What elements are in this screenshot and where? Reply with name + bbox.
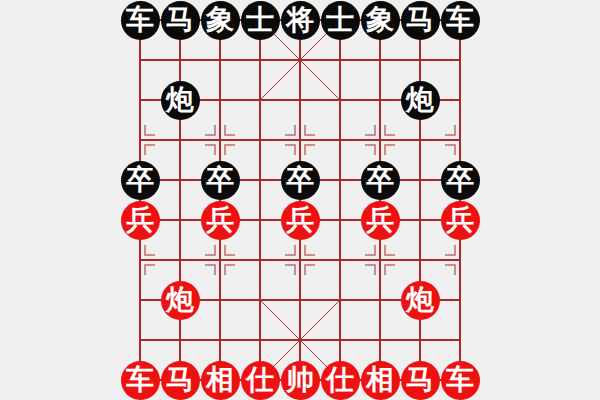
board-point — [280, 240, 320, 280]
board-point — [280, 80, 320, 120]
board-point — [160, 160, 200, 200]
board-point — [360, 240, 400, 280]
piece-red-elephant[interactable]: 相 — [201, 361, 240, 400]
board-point — [320, 320, 360, 360]
board-point: 卒 — [120, 160, 160, 200]
board-point: 马 — [160, 360, 200, 400]
board-point — [440, 120, 480, 160]
board-point — [400, 120, 440, 160]
piece-black-soldier[interactable]: 卒 — [201, 161, 240, 200]
piece-black-elephant[interactable]: 象 — [201, 1, 240, 40]
board-point: 兵 — [360, 200, 400, 240]
board-point: 车 — [440, 360, 480, 400]
board-point — [400, 40, 440, 80]
board-point: 仕 — [320, 360, 360, 400]
board-point — [200, 80, 240, 120]
board-point — [120, 240, 160, 280]
piece-black-soldier[interactable]: 卒 — [361, 161, 400, 200]
piece-red-general[interactable]: 帅 — [281, 361, 320, 400]
piece-black-soldier[interactable]: 卒 — [121, 161, 160, 200]
board-point: 车 — [440, 0, 480, 40]
board-point — [320, 40, 360, 80]
piece-red-soldier[interactable]: 兵 — [121, 201, 160, 240]
board-point: 炮 — [400, 280, 440, 320]
board-point — [440, 320, 480, 360]
piece-red-soldier[interactable]: 兵 — [361, 201, 400, 240]
board-point — [200, 280, 240, 320]
board-point — [160, 120, 200, 160]
board-point — [320, 240, 360, 280]
board-point: 卒 — [440, 160, 480, 200]
piece-black-elephant[interactable]: 象 — [361, 1, 400, 40]
board-point: 马 — [160, 0, 200, 40]
piece-red-soldier[interactable]: 兵 — [281, 201, 320, 240]
board-point — [240, 40, 280, 80]
board-point — [400, 160, 440, 200]
board-point: 相 — [200, 360, 240, 400]
board-point: 炮 — [400, 80, 440, 120]
board-point: 车 — [120, 0, 160, 40]
piece-black-cannon[interactable]: 炮 — [161, 81, 200, 120]
board-point: 象 — [200, 0, 240, 40]
piece-black-cannon[interactable]: 炮 — [401, 81, 440, 120]
board-point: 将 — [280, 0, 320, 40]
board-point — [400, 240, 440, 280]
board-point: 士 — [240, 0, 280, 40]
board-point — [320, 160, 360, 200]
board-point: 相 — [360, 360, 400, 400]
piece-red-cannon[interactable]: 炮 — [401, 281, 440, 320]
board-point — [200, 320, 240, 360]
xiangqi-board: 车马象士将士象马车炮炮卒卒卒卒卒兵兵兵兵兵炮炮车马相仕帅仕相马车 — [120, 0, 480, 400]
board-point — [280, 40, 320, 80]
piece-red-cannon[interactable]: 炮 — [161, 281, 200, 320]
board-point — [240, 80, 280, 120]
board-point — [280, 280, 320, 320]
board-point — [160, 240, 200, 280]
board-point — [240, 280, 280, 320]
piece-red-horse[interactable]: 马 — [401, 361, 440, 400]
board-point — [440, 240, 480, 280]
board-point — [240, 160, 280, 200]
board-point — [200, 120, 240, 160]
board-point — [200, 40, 240, 80]
piece-black-horse[interactable]: 马 — [161, 1, 200, 40]
board-point — [360, 120, 400, 160]
board-point: 帅 — [280, 360, 320, 400]
board-point: 卒 — [280, 160, 320, 200]
piece-black-horse[interactable]: 马 — [401, 1, 440, 40]
board-point: 马 — [400, 0, 440, 40]
board-point — [360, 80, 400, 120]
board-point — [440, 80, 480, 120]
board-point: 炮 — [160, 80, 200, 120]
board-point: 卒 — [200, 160, 240, 200]
board-point — [200, 240, 240, 280]
piece-black-general[interactable]: 将 — [281, 1, 320, 40]
board-point — [160, 40, 200, 80]
board-point: 车 — [120, 360, 160, 400]
board-point — [160, 200, 200, 240]
board-point — [120, 80, 160, 120]
board-point — [320, 280, 360, 320]
board-point — [400, 200, 440, 240]
board-point: 卒 — [360, 160, 400, 200]
board-point — [440, 40, 480, 80]
board-point: 兵 — [200, 200, 240, 240]
board-point — [240, 120, 280, 160]
board-point: 仕 — [240, 360, 280, 400]
piece-red-soldier[interactable]: 兵 — [441, 201, 480, 240]
board-point — [440, 280, 480, 320]
piece-black-soldier[interactable]: 卒 — [281, 161, 320, 200]
piece-red-elephant[interactable]: 相 — [361, 361, 400, 400]
board-point — [400, 320, 440, 360]
board-point — [120, 280, 160, 320]
piece-red-horse[interactable]: 马 — [161, 361, 200, 400]
board-point: 兵 — [280, 200, 320, 240]
screen: 车马象士将士象马车炮炮卒卒卒卒卒兵兵兵兵兵炮炮车马相仕帅仕相马车 — [0, 0, 600, 400]
piece-red-advisor[interactable]: 仕 — [321, 361, 360, 400]
board-point — [120, 120, 160, 160]
board-point — [240, 320, 280, 360]
board-point: 马 — [400, 360, 440, 400]
board-point — [240, 240, 280, 280]
piece-black-chariot[interactable]: 车 — [121, 1, 160, 40]
board-point — [320, 120, 360, 160]
piece-red-soldier[interactable]: 兵 — [201, 201, 240, 240]
board-point: 士 — [320, 0, 360, 40]
piece-red-advisor[interactable]: 仕 — [241, 361, 280, 400]
board-point — [360, 40, 400, 80]
piece-red-chariot[interactable]: 车 — [441, 361, 480, 400]
pieces-layer: 车马象士将士象马车炮炮卒卒卒卒卒兵兵兵兵兵炮炮车马相仕帅仕相马车 — [120, 0, 480, 400]
piece-black-soldier[interactable]: 卒 — [441, 161, 480, 200]
piece-black-advisor[interactable]: 士 — [241, 1, 280, 40]
piece-black-advisor[interactable]: 士 — [321, 1, 360, 40]
board-point — [280, 120, 320, 160]
board-point — [360, 320, 400, 360]
board-point: 兵 — [120, 200, 160, 240]
board-point — [280, 320, 320, 360]
board-point: 炮 — [160, 280, 200, 320]
board-point — [360, 280, 400, 320]
board-point — [320, 200, 360, 240]
board-point — [320, 80, 360, 120]
board-point — [240, 200, 280, 240]
board-point — [120, 40, 160, 80]
board-point — [160, 320, 200, 360]
board-point: 象 — [360, 0, 400, 40]
piece-red-chariot[interactable]: 车 — [121, 361, 160, 400]
board-point: 兵 — [440, 200, 480, 240]
piece-black-chariot[interactable]: 车 — [441, 1, 480, 40]
board-point — [120, 320, 160, 360]
